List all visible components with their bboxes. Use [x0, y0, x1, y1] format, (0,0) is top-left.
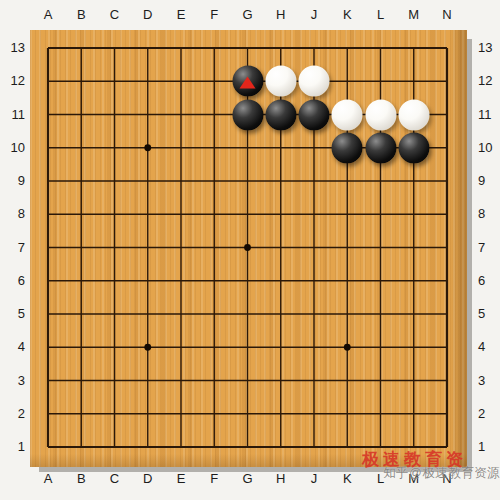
black-stone-G12[interactable] — [232, 66, 263, 97]
row-label-right-3: 3 — [478, 373, 500, 389]
black-stone-M10[interactable] — [398, 132, 429, 163]
column-label-bottom-E: E — [169, 471, 193, 487]
black-stone-L10[interactable] — [365, 132, 396, 163]
column-label-top-F: F — [202, 7, 226, 23]
row-label-right-11: 11 — [478, 107, 500, 123]
row-label-right-4: 4 — [478, 339, 500, 355]
column-label-top-K: K — [335, 7, 359, 23]
white-stone-M11[interactable] — [398, 99, 429, 130]
column-label-top-H: H — [269, 7, 293, 23]
white-stone-H12[interactable] — [265, 66, 296, 97]
row-label-right-8: 8 — [478, 206, 500, 222]
row-label-right-7: 7 — [478, 240, 500, 256]
row-label-left-12: 12 — [3, 73, 25, 89]
column-label-top-D: D — [136, 7, 160, 23]
white-stone-J12[interactable] — [299, 66, 330, 97]
white-stone-L11[interactable] — [365, 99, 396, 130]
row-label-right-12: 12 — [478, 73, 500, 89]
row-label-right-5: 5 — [478, 306, 500, 322]
column-label-top-B: B — [69, 7, 93, 23]
column-label-top-G: G — [236, 7, 260, 23]
column-label-top-E: E — [169, 7, 193, 23]
column-label-bottom-A: A — [36, 471, 60, 487]
last-move-triangle-marker — [240, 76, 256, 88]
row-label-left-9: 9 — [3, 173, 25, 189]
column-label-bottom-H: H — [269, 471, 293, 487]
row-label-right-13: 13 — [478, 40, 500, 56]
black-stone-H11[interactable] — [265, 99, 296, 130]
column-label-top-M: M — [402, 7, 426, 23]
column-label-bottom-C: C — [103, 471, 127, 487]
column-label-top-A: A — [36, 7, 60, 23]
star-point-K4 — [344, 344, 351, 351]
star-point-D4 — [144, 344, 151, 351]
row-label-left-8: 8 — [3, 206, 25, 222]
row-label-right-2: 2 — [478, 406, 500, 422]
row-label-left-2: 2 — [3, 406, 25, 422]
black-stone-G11[interactable] — [232, 99, 263, 130]
row-label-left-11: 11 — [3, 107, 25, 123]
star-point-G7 — [244, 244, 251, 251]
row-label-left-13: 13 — [3, 40, 25, 56]
column-label-top-C: C — [103, 7, 127, 23]
row-label-left-5: 5 — [3, 306, 25, 322]
column-label-bottom-D: D — [136, 471, 160, 487]
row-label-right-6: 6 — [478, 273, 500, 289]
row-label-left-7: 7 — [3, 240, 25, 256]
watermark-attribution-text: 知乎@极速教育资源 — [383, 465, 500, 482]
go-board[interactable] — [30, 30, 467, 467]
row-label-left-4: 4 — [3, 339, 25, 355]
go-diagram-page: ABCDEFGHJKLMN ABCDEFGHJKLMN 131211109876… — [0, 0, 500, 500]
column-label-bottom-J: J — [302, 471, 326, 487]
column-label-bottom-G: G — [236, 471, 260, 487]
black-stone-J11[interactable] — [299, 99, 330, 130]
column-label-top-L: L — [369, 7, 393, 23]
star-point-D10 — [144, 144, 151, 151]
row-label-left-10: 10 — [3, 140, 25, 156]
row-label-right-9: 9 — [478, 173, 500, 189]
row-label-left-6: 6 — [3, 273, 25, 289]
row-label-left-3: 3 — [3, 373, 25, 389]
column-label-top-N: N — [435, 7, 459, 23]
column-label-top-J: J — [302, 7, 326, 23]
column-label-bottom-K: K — [335, 471, 359, 487]
white-stone-K11[interactable] — [332, 99, 363, 130]
column-label-bottom-B: B — [69, 471, 93, 487]
row-label-right-1: 1 — [478, 439, 500, 455]
row-label-left-1: 1 — [3, 439, 25, 455]
column-label-bottom-F: F — [202, 471, 226, 487]
black-stone-K10[interactable] — [332, 132, 363, 163]
row-label-right-10: 10 — [478, 140, 500, 156]
